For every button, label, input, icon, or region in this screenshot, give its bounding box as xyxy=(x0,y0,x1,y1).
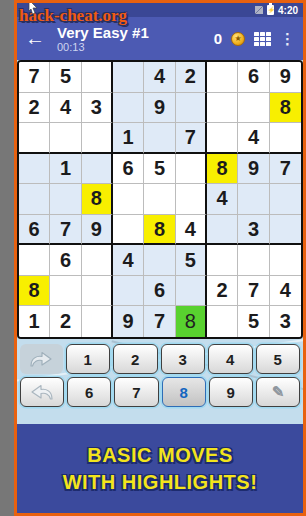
cell-r6c8[interactable]: 3 xyxy=(238,215,269,246)
cell-r3c2[interactable] xyxy=(50,123,81,154)
cell-r9c4[interactable]: 9 xyxy=(113,306,144,337)
promo-banner: BASIC MOVES WITH HIGHLIGHTS! xyxy=(17,424,303,513)
board-select-icon[interactable] xyxy=(254,32,271,46)
keypad-2[interactable]: 2 xyxy=(113,344,158,374)
cell-r8c1[interactable]: 8 xyxy=(19,276,50,307)
cell-r6c5[interactable]: 8 xyxy=(144,215,175,246)
app-bar: ← Very Easy #1 00:13 0 ★ ⋮ xyxy=(17,17,303,60)
cell-r6c9[interactable] xyxy=(270,215,301,246)
cell-r5c6[interactable] xyxy=(176,184,207,215)
cell-r1c8[interactable]: 6 xyxy=(238,62,269,93)
keypad-row-2: 6 7 8 9 ✎ xyxy=(20,377,300,407)
cell-r4c9[interactable]: 7 xyxy=(270,154,301,185)
cell-r1c6[interactable]: 2 xyxy=(176,62,207,93)
page-title: Very Easy #1 xyxy=(57,24,214,41)
pencil-button[interactable]: ✎ xyxy=(256,377,300,407)
cell-r5c7[interactable]: 4 xyxy=(207,184,238,215)
keypad-9[interactable]: 9 xyxy=(209,377,253,407)
cell-r2c5[interactable]: 9 xyxy=(144,93,175,124)
banner-line-1: BASIC MOVES xyxy=(87,444,233,467)
cell-r7c4[interactable]: 4 xyxy=(113,245,144,276)
cell-r9c9[interactable]: 3 xyxy=(270,306,301,337)
cell-r9c3[interactable] xyxy=(82,306,113,337)
cell-r3c8[interactable]: 4 xyxy=(238,123,269,154)
cell-r2c8[interactable] xyxy=(238,93,269,124)
cell-r7c2[interactable]: 6 xyxy=(50,245,81,276)
sudoku-board: 7542692439817416589784679843645862741297… xyxy=(17,60,303,339)
redo-arrow-icon xyxy=(28,350,54,368)
keypad-4[interactable]: 4 xyxy=(208,344,253,374)
cell-r1c1[interactable]: 7 xyxy=(19,62,50,93)
keypad-row-1: 1 2 3 4 5 xyxy=(20,344,300,374)
keypad-7[interactable]: 7 xyxy=(114,377,158,407)
cell-r5c5[interactable] xyxy=(144,184,175,215)
cell-r4c1[interactable] xyxy=(19,154,50,185)
cell-r1c7[interactable] xyxy=(207,62,238,93)
cell-r9c5[interactable]: 7 xyxy=(144,306,175,337)
cell-r4c8[interactable]: 9 xyxy=(238,154,269,185)
cell-r4c7[interactable]: 8 xyxy=(207,154,238,185)
cell-r5c4[interactable] xyxy=(113,184,144,215)
cell-r7c7[interactable] xyxy=(207,245,238,276)
app-bar-actions: 0 ★ ⋮ xyxy=(214,30,295,47)
title-block: Very Easy #1 00:13 xyxy=(57,24,214,54)
cell-r8c6[interactable] xyxy=(176,276,207,307)
cell-r6c6[interactable]: 4 xyxy=(176,215,207,246)
cell-r6c7[interactable] xyxy=(207,215,238,246)
cell-r3c5[interactable] xyxy=(144,123,175,154)
cell-r2c9[interactable]: 8 xyxy=(270,93,301,124)
cell-r2c4[interactable] xyxy=(113,93,144,124)
cell-r4c3[interactable] xyxy=(82,154,113,185)
cell-r3c9[interactable] xyxy=(270,123,301,154)
status-bar: 4:20 xyxy=(17,3,303,17)
cell-r8c7[interactable]: 2 xyxy=(207,276,238,307)
cell-r9c7[interactable] xyxy=(207,306,238,337)
cell-r8c8[interactable]: 7 xyxy=(238,276,269,307)
cell-r8c5[interactable]: 6 xyxy=(144,276,175,307)
cell-r6c2[interactable]: 7 xyxy=(50,215,81,246)
cell-r6c1[interactable]: 6 xyxy=(19,215,50,246)
coin-icon[interactable]: ★ xyxy=(231,32,245,46)
app-window: hack-cheat.org 4:20 ← Very Easy #1 00:13… xyxy=(14,0,306,516)
cell-r5c9[interactable] xyxy=(270,184,301,215)
cell-r7c8[interactable] xyxy=(238,245,269,276)
cell-r4c6[interactable] xyxy=(176,154,207,185)
cell-r4c4[interactable]: 6 xyxy=(113,154,144,185)
cell-r1c5[interactable]: 4 xyxy=(144,62,175,93)
cell-r7c1[interactable] xyxy=(19,245,50,276)
game-timer: 00:13 xyxy=(57,41,214,54)
cell-r1c2[interactable]: 5 xyxy=(50,62,81,93)
cell-r4c5[interactable]: 5 xyxy=(144,154,175,185)
cell-r9c6[interactable]: 8 xyxy=(176,306,207,337)
redo-button[interactable] xyxy=(20,344,63,374)
cell-r3c1[interactable] xyxy=(19,123,50,154)
cell-r5c3[interactable]: 8 xyxy=(82,184,113,215)
cell-r9c8[interactable]: 5 xyxy=(238,306,269,337)
board-container: 7542692439817416589784679843645862741297… xyxy=(17,60,303,339)
cell-r8c4[interactable] xyxy=(113,276,144,307)
cell-r5c8[interactable] xyxy=(238,184,269,215)
cell-r3c4[interactable]: 1 xyxy=(113,123,144,154)
cell-r7c5[interactable] xyxy=(144,245,175,276)
coin-count: 0 xyxy=(214,30,222,47)
cell-r6c3[interactable]: 9 xyxy=(82,215,113,246)
undo-button[interactable] xyxy=(20,377,64,407)
cell-r6c4[interactable] xyxy=(113,215,144,246)
keypad-6[interactable]: 6 xyxy=(67,377,111,407)
pencil-icon: ✎ xyxy=(272,383,285,401)
cell-r3c3[interactable] xyxy=(82,123,113,154)
keypad-area: 1 2 3 4 5 6 7 8 9 ✎ xyxy=(17,339,303,412)
cell-r2c2[interactable]: 4 xyxy=(50,93,81,124)
cell-r8c9[interactable]: 4 xyxy=(270,276,301,307)
keypad-3[interactable]: 3 xyxy=(161,344,206,374)
back-button[interactable]: ← xyxy=(25,27,53,50)
cell-r7c9[interactable] xyxy=(270,245,301,276)
cell-r1c9[interactable]: 9 xyxy=(270,62,301,93)
cell-r2c6[interactable] xyxy=(176,93,207,124)
cell-r2c7[interactable] xyxy=(207,93,238,124)
cell-r9c2[interactable]: 2 xyxy=(50,306,81,337)
cell-r2c3[interactable]: 3 xyxy=(82,93,113,124)
status-time: 4:20 xyxy=(278,5,298,16)
cell-r5c1[interactable] xyxy=(19,184,50,215)
cell-r3c6[interactable]: 7 xyxy=(176,123,207,154)
keypad-1[interactable]: 1 xyxy=(66,344,111,374)
cell-r7c6[interactable]: 5 xyxy=(176,245,207,276)
keypad-8[interactable]: 8 xyxy=(162,377,206,407)
undo-arrow-icon xyxy=(29,383,55,401)
cell-r3c7[interactable] xyxy=(207,123,238,154)
cell-r5c2[interactable] xyxy=(50,184,81,215)
cell-r4c2[interactable]: 1 xyxy=(50,154,81,185)
cell-r1c3[interactable] xyxy=(82,62,113,93)
banner-line-2: WITH HIGHLIGHTS! xyxy=(63,471,258,494)
cell-r1c4[interactable] xyxy=(113,62,144,93)
cell-r7c3[interactable] xyxy=(82,245,113,276)
cell-r2c1[interactable]: 2 xyxy=(19,93,50,124)
network-icon xyxy=(255,6,263,14)
keypad-5[interactable]: 5 xyxy=(256,344,301,374)
menu-dots-icon[interactable]: ⋮ xyxy=(280,31,295,46)
cell-r9c1[interactable]: 1 xyxy=(19,306,50,337)
cell-r8c3[interactable] xyxy=(82,276,113,307)
cell-r8c2[interactable] xyxy=(50,276,81,307)
battery-icon xyxy=(267,5,274,15)
